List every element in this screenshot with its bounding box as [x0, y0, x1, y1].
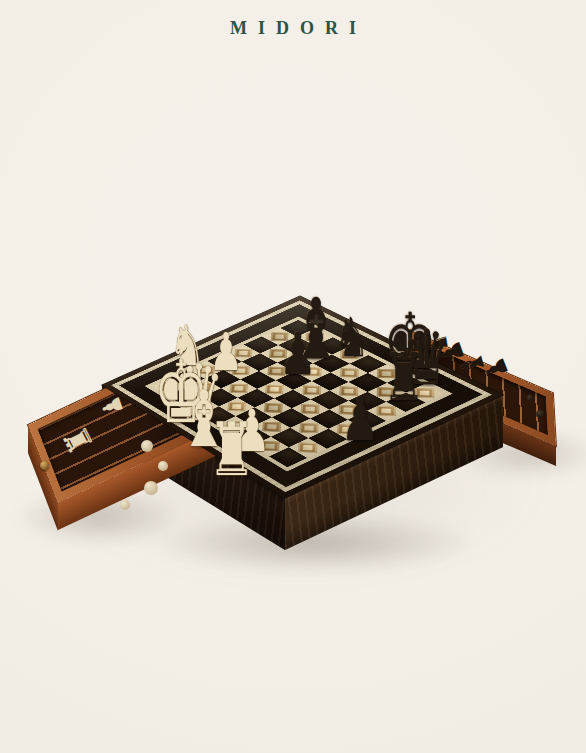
board-square: [294, 363, 330, 381]
white-piece-base-dot: [141, 440, 153, 452]
bone-inlay-diamond: [195, 383, 213, 392]
board-square: [349, 373, 387, 391]
chessboard: [102, 296, 503, 498]
bone-inlay-diamond: [340, 368, 358, 377]
white-piece-base-dot: [158, 461, 168, 471]
bone-inlay-diamond: [269, 349, 287, 358]
bone-inlay-diamond: [234, 349, 252, 358]
board-square: [367, 383, 405, 402]
lying-black-piece: ♟: [434, 337, 469, 367]
board-square: [223, 362, 258, 380]
board-square: [202, 388, 238, 406]
board-square: [289, 438, 327, 458]
board-square: [244, 336, 279, 353]
bone-inlay-diamond: [306, 333, 324, 341]
board-square: [259, 362, 295, 380]
lying-black-piece: ♝: [454, 349, 491, 379]
bone-inlay-diamond: [267, 367, 285, 376]
box-side-front-right: [285, 395, 503, 550]
piece-contact-shadow: [188, 442, 221, 451]
bone-inlay-diamond: [264, 403, 282, 413]
board-square: [262, 328, 297, 345]
board-square: [276, 372, 312, 390]
board-square: [296, 346, 332, 364]
board-square: [313, 355, 349, 373]
piece-contact-shadow: [183, 416, 216, 425]
board-square: [328, 420, 367, 440]
board-square: [170, 369, 205, 387]
bone-inlay-diamond: [225, 421, 244, 431]
board-square: [257, 380, 293, 398]
board-square: [331, 364, 368, 382]
lying-black-piece: ♟: [480, 353, 513, 382]
board-square: [205, 370, 240, 388]
board-square: [290, 418, 328, 437]
board-square: [387, 374, 425, 393]
lying-black-piece: ♞: [424, 333, 453, 356]
board-square: [367, 402, 406, 421]
bone-inlay-diamond: [300, 423, 319, 433]
piece-contact-shadow: [286, 371, 310, 377]
board-square: [221, 379, 257, 397]
board-grid: [152, 320, 445, 467]
white-piece-base-dot: [120, 500, 130, 510]
board-square: [240, 371, 276, 389]
board-square: [348, 411, 387, 430]
chess-piece-black-rook: ♜: [383, 345, 426, 411]
board-square: [167, 387, 202, 405]
piece-contact-shadow: [341, 353, 364, 359]
board-square: [236, 407, 273, 426]
chess-piece-black-bishop: ♝: [289, 287, 343, 371]
chess-piece-white-king: ♚: [153, 349, 209, 435]
board-square: [260, 345, 295, 362]
board-square: [348, 392, 386, 411]
bone-inlay-diamond: [192, 401, 210, 410]
board-square: [238, 389, 274, 407]
right-drawer-shadow: [452, 428, 586, 480]
right-drawer-front-face: [415, 385, 556, 466]
bone-inlay-diamond: [378, 369, 396, 378]
piece-contact-shadow: [216, 471, 247, 479]
left-drawer: [28, 348, 222, 503]
piece-contact-shadow: [175, 362, 199, 368]
bone-inlay-diamond: [341, 350, 359, 359]
right-drawer-end-face: [553, 393, 556, 468]
board-square: [312, 372, 349, 390]
bone-inlay-diamond: [339, 386, 357, 395]
left-drawer-compartments: [38, 359, 210, 491]
board-square: [219, 398, 255, 417]
right-drawer: [412, 332, 556, 446]
lying-white-piece: ♟: [97, 393, 128, 419]
left-drawer-shadow: [14, 488, 184, 546]
board-square: [242, 353, 277, 371]
chess-piece-black-queen: ♛: [402, 320, 451, 396]
page: MIDORI ♞♟♝♟ ♜♟ ♞: [0, 0, 586, 753]
board-square: [274, 390, 311, 409]
board-square: [271, 427, 309, 447]
board-square: [297, 328, 333, 345]
bone-inlay-diamond: [338, 424, 357, 434]
chess-piece-white-knight: ♞: [169, 318, 205, 374]
bone-inlay-diamond: [305, 350, 323, 359]
bone-inlay-diamond: [262, 422, 281, 432]
board-square: [406, 384, 445, 403]
board-sheen: [102, 296, 503, 498]
chess-set-photo: ♞♟♝♟ ♜♟ ♞♝♞♟♚♟♛♜♛♚♟♝♟♜: [0, 0, 586, 753]
board-square: [292, 399, 329, 418]
black-piece-base-dot: [527, 395, 533, 401]
board-square: [293, 381, 330, 399]
board-square: [200, 406, 236, 425]
bone-inlay-diamond: [260, 441, 279, 451]
piece-contact-shadow: [411, 380, 443, 388]
board-square: [217, 416, 254, 435]
piece-contact-shadow: [163, 417, 199, 426]
left-drawer-front-face: [58, 426, 222, 530]
board-square: [368, 364, 406, 382]
bone-inlay-diamond: [416, 388, 435, 398]
bone-inlay-diamond: [298, 443, 317, 453]
board-square: [152, 378, 186, 396]
board-square: [253, 417, 290, 436]
board-square: [269, 447, 307, 467]
bone-inlay-diamond: [197, 365, 215, 374]
brass-knob: [40, 461, 49, 470]
chess-piece-black-king: ♚: [383, 302, 437, 386]
chess-piece-white-pawn: ♟: [209, 326, 243, 378]
board-square: [310, 409, 348, 428]
left-drawer-end-face: [28, 425, 58, 531]
pieces-layer: ♞♝♞♟♚♟♛♜♛♚♟♝♟♜: [0, 0, 586, 753]
piece-contact-shadow: [347, 437, 372, 444]
piece-contact-shadow: [392, 368, 427, 377]
board-square: [332, 346, 369, 364]
bone-inlay-diamond: [266, 385, 284, 394]
chess-piece-white-rook: ♜: [208, 412, 256, 486]
piece-contact-shadow: [390, 397, 418, 404]
bone-inlay-diamond: [377, 406, 396, 416]
box-shadow: [150, 512, 480, 574]
board-square: [330, 382, 368, 401]
board-square: [226, 345, 261, 362]
board-square: [189, 361, 224, 378]
bone-inlay-diamond: [377, 387, 395, 396]
box-side-front-left: [102, 385, 285, 550]
board-square: [234, 426, 271, 445]
chess-piece-white-pawn: ♟: [233, 402, 270, 460]
bone-inlay-diamond: [339, 405, 358, 415]
bone-inlay-diamond: [271, 332, 288, 340]
board-square: [277, 354, 313, 372]
bone-inlay-diamond: [232, 366, 250, 375]
board-square: [314, 337, 350, 354]
bone-inlay-diamond: [228, 402, 246, 411]
white-piece-base-dot: [144, 481, 158, 495]
bone-inlay-diamond: [301, 404, 320, 414]
chess-piece-white-queen: ♛: [174, 354, 224, 432]
lying-white-piece: ♜: [57, 421, 98, 458]
piece-contact-shadow: [215, 367, 237, 373]
board-square: [186, 379, 221, 397]
piece-contact-shadow: [298, 353, 333, 362]
chess-piece-black-pawn: ♟: [341, 389, 380, 449]
board-square: [350, 355, 387, 373]
bone-inlay-diamond: [304, 368, 322, 377]
ebony-border-band: [119, 304, 482, 487]
board-square: [255, 398, 292, 417]
board-square: [207, 353, 242, 370]
board-square: [386, 393, 425, 412]
board-square: [280, 320, 315, 337]
board-square: [309, 429, 347, 449]
board-square: [329, 400, 367, 419]
bone-inner-border: [145, 317, 453, 472]
board-square: [251, 437, 289, 457]
chess-piece-white-bishop: ♝: [179, 380, 229, 458]
ambient-shadow: [70, 400, 530, 570]
piece-contact-shadow: [240, 448, 264, 454]
board-square: [183, 397, 218, 415]
bone-inlay-diamond: [302, 386, 320, 395]
black-piece-base-dot: [536, 410, 544, 418]
board-square: [272, 408, 309, 427]
board-square: [279, 337, 314, 354]
chess-piece-black-knight: ♞: [335, 311, 370, 365]
bone-inlay-diamond: [160, 382, 178, 391]
bone-inlay-diamond: [230, 384, 248, 393]
board-square: [311, 391, 348, 410]
right-drawer-compartments: [419, 342, 548, 435]
chess-piece-black-pawn: ♟: [279, 325, 316, 383]
bone-outer-border: [111, 300, 492, 492]
